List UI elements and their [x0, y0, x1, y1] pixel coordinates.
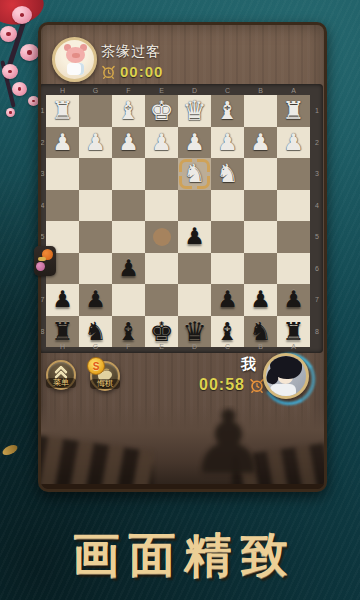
piece-white-knight-c3[interactable]: ♞	[216, 161, 238, 186]
square-c2[interactable]: ♟	[211, 127, 244, 159]
square-a3[interactable]	[277, 158, 310, 190]
piece-white-pawn-b2[interactable]: ♟	[250, 131, 271, 154]
square-b6[interactable]	[244, 253, 277, 285]
rank-label-4: 4	[311, 190, 323, 222]
square-g1[interactable]	[79, 95, 112, 127]
square-b4[interactable]	[244, 190, 277, 222]
square-a7[interactable]: ♟	[277, 284, 310, 316]
rank-label-1: 1	[39, 95, 46, 127]
my-avatar[interactable]	[263, 353, 309, 399]
blossom	[12, 6, 32, 24]
marketing-caption: 画面精致	[0, 528, 360, 582]
square-b1[interactable]	[244, 95, 277, 127]
square-g7[interactable]: ♟	[79, 284, 112, 316]
rank-label-2: 2	[311, 127, 323, 159]
piece-black-pawn-b7[interactable]: ♟	[250, 288, 271, 311]
square-e1[interactable]: ♚	[145, 95, 178, 127]
square-c6[interactable]	[211, 253, 244, 285]
square-c4[interactable]	[211, 190, 244, 222]
rank-label-8: 8	[311, 316, 323, 348]
piece-white-rook-a1[interactable]: ♜	[282, 98, 304, 123]
rank-label-3: 3	[311, 158, 323, 190]
piece-black-pawn-f6[interactable]: ♟	[118, 257, 139, 280]
my-timer: 00:58	[199, 376, 245, 394]
my-side-label: 我	[241, 355, 257, 374]
square-g6[interactable]	[79, 253, 112, 285]
chess-board: ♜♝♚♛♝♜♟♟♟♟♟♟♟♟♞♞♟♟♟♟♟♟♟♜♞♝♚♛♝♞♜ HHGGFFEE…	[39, 84, 323, 353]
opponent-name: 茶缘过客	[101, 43, 161, 61]
blossom	[0, 26, 17, 42]
square-f2[interactable]: ♟	[112, 127, 145, 159]
square-h2[interactable]: ♟	[46, 127, 79, 159]
piece-black-pawn-g7[interactable]: ♟	[85, 288, 106, 311]
square-d7[interactable]	[178, 284, 211, 316]
rank-label-4: 4	[39, 190, 46, 222]
square-h7[interactable]: ♟	[46, 284, 79, 316]
game-panel: 茶缘过客 00:00 ♜♝♚♛♝♜♟♟♟♟♟♟♟♟♞♞♟♟♟♟♟♟♟♜♞♝♚♛♝…	[38, 22, 327, 492]
square-e6[interactable]	[145, 253, 178, 285]
square-b3[interactable]	[244, 158, 277, 190]
square-h3[interactable]	[46, 158, 79, 190]
piece-black-bishop-c8[interactable]: ♝	[216, 319, 238, 344]
piece-white-queen-d1[interactable]: ♛	[182, 97, 206, 124]
alarm-clock-icon	[101, 64, 116, 79]
square-d2[interactable]: ♟	[178, 127, 211, 159]
blossom	[2, 64, 18, 79]
blossom	[20, 44, 39, 61]
file-label-h: H	[46, 85, 79, 96]
square-c5[interactable]	[211, 221, 244, 253]
square-b7[interactable]: ♟	[244, 284, 277, 316]
gold-coin-icon: S	[87, 357, 105, 375]
undo-button-label: 悔棋	[90, 379, 120, 389]
blurred-3d-scene: ♟	[41, 405, 324, 489]
file-label-b: B	[244, 85, 277, 96]
piece-white-bishop-c1[interactable]: ♝	[216, 98, 238, 123]
piece-white-king-e1[interactable]: ♚	[149, 97, 173, 124]
square-e8[interactable]: ♚	[145, 316, 178, 348]
piece-black-knight-b8[interactable]: ♞	[249, 319, 271, 344]
piece-white-pawn-h2[interactable]: ♟	[52, 131, 73, 154]
piece-white-pawn-g2[interactable]: ♟	[85, 131, 106, 154]
blossom	[6, 108, 15, 117]
app-screen: 茶缘过客 00:00 ♜♝♚♛♝♜♟♟♟♟♟♟♟♟♞♞♟♟♟♟♟♟♟♜♞♝♚♛♝…	[0, 0, 360, 600]
rank-label-6: 6	[311, 253, 323, 285]
square-f6[interactable]: ♟	[112, 253, 145, 285]
piece-black-rook-h8[interactable]: ♜	[51, 319, 73, 344]
piece-white-rook-h1[interactable]: ♜	[51, 98, 73, 123]
rank-label-1: 1	[311, 95, 323, 127]
opponent-avatar[interactable]	[52, 37, 97, 82]
piece-black-king-e8[interactable]: ♚	[149, 318, 173, 345]
piece-white-pawn-e2[interactable]: ♟	[151, 131, 172, 154]
rank-label-3: 3	[39, 158, 46, 190]
rank-label-7: 7	[39, 284, 46, 316]
piece-black-pawn-a7[interactable]: ♟	[283, 288, 304, 311]
opponent-timer: 00:00	[120, 63, 163, 80]
rank-label-7: 7	[311, 284, 323, 316]
piece-black-pawn-d5[interactable]: ♟	[184, 225, 205, 248]
menu-button-label: 菜单	[46, 378, 76, 388]
square-f5[interactable]	[112, 221, 145, 253]
square-g5[interactable]	[79, 221, 112, 253]
square-e3[interactable]	[145, 158, 178, 190]
square-f1[interactable]: ♝	[112, 95, 145, 127]
giant-pawn-silhouette: ♟	[189, 405, 268, 487]
piece-white-pawn-d2[interactable]: ♟	[184, 131, 205, 154]
square-e2[interactable]: ♟	[145, 127, 178, 159]
rank-label-8: 8	[39, 316, 46, 348]
board-side-decoration-icon	[34, 246, 56, 276]
file-label-f: F	[112, 85, 145, 96]
square-e7[interactable]	[145, 284, 178, 316]
rank-label-2: 2	[39, 127, 46, 159]
square-f7[interactable]	[112, 284, 145, 316]
piece-white-pawn-f2[interactable]: ♟	[118, 131, 139, 154]
square-g3[interactable]	[79, 158, 112, 190]
square-e4[interactable]	[145, 190, 178, 222]
piece-white-pawn-a2[interactable]: ♟	[283, 131, 304, 154]
piece-white-pawn-c2[interactable]: ♟	[217, 131, 238, 154]
square-f3[interactable]	[112, 158, 145, 190]
square-h4[interactable]	[46, 190, 79, 222]
file-label-c: C	[211, 85, 244, 96]
square-d5[interactable]: ♟	[178, 221, 211, 253]
piece-black-knight-g8[interactable]: ♞	[84, 319, 106, 344]
square-a4[interactable]	[277, 190, 310, 222]
square-a6[interactable]	[277, 253, 310, 285]
square-d1[interactable]: ♛	[178, 95, 211, 127]
undo-button[interactable]: S 悔棋	[90, 361, 120, 391]
last-move-origin-dot	[153, 228, 171, 246]
square-e5[interactable]	[145, 221, 178, 253]
piece-white-knight-d3[interactable]: ♞	[183, 161, 205, 186]
square-c1[interactable]: ♝	[211, 95, 244, 127]
square-g2[interactable]: ♟	[79, 127, 112, 159]
blossom	[12, 82, 27, 96]
piece-black-queen-d8[interactable]: ♛	[182, 318, 206, 345]
piece-black-pawn-c7[interactable]: ♟	[217, 288, 238, 311]
square-b5[interactable]	[244, 221, 277, 253]
piece-black-bishop-f8[interactable]: ♝	[117, 319, 139, 344]
gold-leaf-decoration	[1, 443, 19, 457]
square-c3[interactable]: ♞	[211, 158, 244, 190]
square-d4[interactable]	[178, 190, 211, 222]
piece-black-pawn-h7[interactable]: ♟	[52, 288, 73, 311]
square-d3[interactable]: ♞	[178, 158, 211, 190]
rank-label-5: 5	[311, 221, 323, 253]
checkered-floor	[41, 435, 153, 489]
square-a5[interactable]	[277, 221, 310, 253]
square-d8[interactable]: ♛	[178, 316, 211, 348]
square-b2[interactable]: ♟	[244, 127, 277, 159]
square-f4[interactable]	[112, 190, 145, 222]
square-g4[interactable]	[79, 190, 112, 222]
board-squares: ♜♝♚♛♝♜♟♟♟♟♟♟♟♟♞♞♟♟♟♟♟♟♟♜♞♝♚♛♝♞♜	[46, 95, 310, 347]
piece-white-bishop-f1[interactable]: ♝	[117, 98, 139, 123]
square-d6[interactable]	[178, 253, 211, 285]
square-a1[interactable]: ♜	[277, 95, 310, 127]
piece-black-rook-a8[interactable]: ♜	[282, 319, 304, 344]
boy-avatar-icon	[270, 353, 302, 379]
file-label-a: A	[277, 85, 310, 96]
square-h1[interactable]: ♜	[46, 95, 79, 127]
square-a2[interactable]: ♟	[277, 127, 310, 159]
menu-button[interactable]: 菜单	[46, 360, 76, 390]
file-label-g: G	[79, 85, 112, 96]
square-c7[interactable]: ♟	[211, 284, 244, 316]
